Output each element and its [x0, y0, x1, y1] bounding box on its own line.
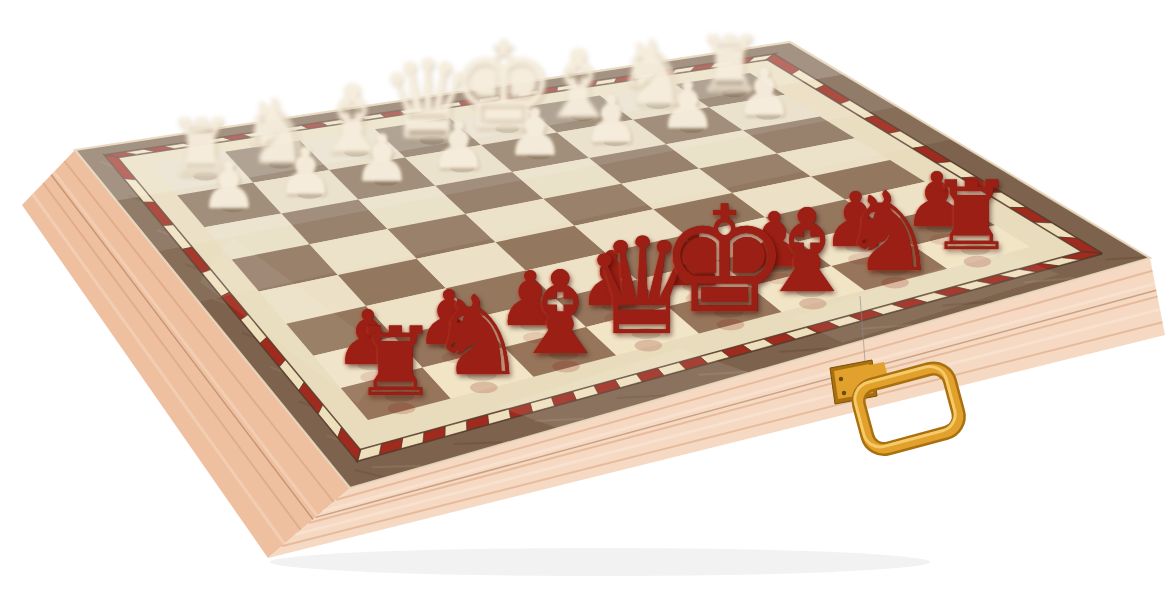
piece-red-rook-h1: ♜ [929, 169, 1014, 264]
piece-cream-pawn-f7: ♟ [582, 86, 641, 151]
piece-red-knight-g1: ♞ [840, 177, 939, 287]
piece-cream-pawn-d7: ♟ [429, 113, 488, 178]
piece-cream-pawn-a7: ♟ [200, 152, 259, 217]
piece-cream-pawn-g7: ♟ [659, 73, 718, 138]
pieces-layer: ♜♞♝♛♚♝♞♜♟♟♟♟♟♟♟♟♟♟♟♟♟♟♟♟♜♞♝♛♚♝♞♜ [0, 0, 1165, 592]
piece-red-rook-a1: ♜ [353, 316, 438, 411]
piece-cream-pawn-b7: ♟ [276, 139, 335, 204]
piece-cream-pawn-h7: ♟ [735, 60, 794, 125]
chess-set-photo: ♜♞♝♛♚♝♞♜♟♟♟♟♟♟♟♟♟♟♟♟♟♟♟♟♜♞♝♛♚♝♞♜ [0, 0, 1165, 592]
piece-cream-pawn-e7: ♟ [506, 100, 565, 165]
piece-cream-pawn-c7: ♟ [353, 126, 412, 191]
